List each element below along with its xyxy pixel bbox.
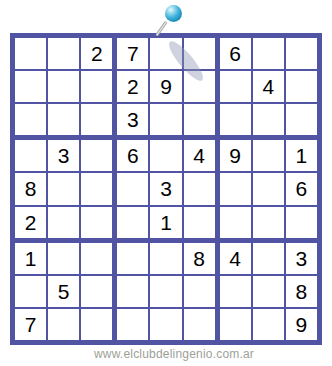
cell-r6c4[interactable] — [117, 207, 148, 238]
cell-r2c6[interactable] — [184, 71, 215, 102]
cell-r6c3[interactable] — [81, 207, 112, 238]
box-1: 2 — [15, 38, 112, 135]
cell-r2c1[interactable] — [15, 71, 46, 102]
cell-r2c5[interactable]: 9 — [150, 71, 181, 102]
cell-r9c6[interactable] — [184, 309, 215, 340]
cell-r9c1[interactable]: 7 — [15, 309, 46, 340]
cell-r6c2[interactable] — [48, 207, 79, 238]
cell-r7c8[interactable] — [253, 243, 284, 274]
cell-r6c8[interactable] — [253, 207, 284, 238]
cell-r2c4[interactable]: 2 — [117, 71, 148, 102]
cell-r8c1[interactable] — [15, 276, 46, 307]
cell-r5c1[interactable]: 8 — [15, 173, 46, 204]
cell-r4c7[interactable]: 9 — [220, 140, 251, 171]
cell-r9c7[interactable] — [220, 309, 251, 340]
cell-r7c1[interactable]: 1 — [15, 243, 46, 274]
cell-r3c6[interactable] — [184, 104, 215, 135]
cell-r9c5[interactable] — [150, 309, 181, 340]
cell-r4c9[interactable]: 1 — [286, 140, 317, 171]
cell-r4c6[interactable]: 4 — [184, 140, 215, 171]
pushpin-ball — [165, 5, 182, 22]
box-5: 6431 — [117, 140, 214, 237]
cell-r1c2[interactable] — [48, 38, 79, 69]
cell-r2c7[interactable] — [220, 71, 251, 102]
cell-r5c7[interactable] — [220, 173, 251, 204]
cell-r4c3[interactable] — [81, 140, 112, 171]
cell-r7c5[interactable] — [150, 243, 181, 274]
box-7: 157 — [15, 243, 112, 340]
cell-r9c8[interactable] — [253, 309, 284, 340]
box-9: 4389 — [220, 243, 317, 340]
cell-r1c9[interactable] — [286, 38, 317, 69]
cell-r1c5[interactable] — [150, 38, 181, 69]
cell-r7c7[interactable]: 4 — [220, 243, 251, 274]
cell-r4c1[interactable] — [15, 140, 46, 171]
cell-r4c4[interactable]: 6 — [117, 140, 148, 171]
cell-r9c2[interactable] — [48, 309, 79, 340]
cell-r9c4[interactable] — [117, 309, 148, 340]
cell-r1c7[interactable]: 6 — [220, 38, 251, 69]
sudoku-page: 2729364382643191615784389 www.elclubdeli… — [0, 0, 332, 366]
cell-r1c4[interactable]: 7 — [117, 38, 148, 69]
box-2: 7293 — [117, 38, 214, 135]
cell-r8c9[interactable]: 8 — [286, 276, 317, 307]
cell-r1c3[interactable]: 2 — [81, 38, 112, 69]
cell-r5c3[interactable] — [81, 173, 112, 204]
cell-r6c1[interactable]: 2 — [15, 207, 46, 238]
cell-r5c6[interactable] — [184, 173, 215, 204]
box-3: 64 — [220, 38, 317, 135]
cell-r4c8[interactable] — [253, 140, 284, 171]
cell-r7c6[interactable]: 8 — [184, 243, 215, 274]
cell-r8c2[interactable]: 5 — [48, 276, 79, 307]
cell-r3c9[interactable] — [286, 104, 317, 135]
cell-r2c3[interactable] — [81, 71, 112, 102]
cell-r8c7[interactable] — [220, 276, 251, 307]
cell-r3c5[interactable] — [150, 104, 181, 135]
cell-r4c5[interactable] — [150, 140, 181, 171]
cell-r1c6[interactable] — [184, 38, 215, 69]
cell-r5c9[interactable]: 6 — [286, 173, 317, 204]
cell-r8c6[interactable] — [184, 276, 215, 307]
cell-r5c5[interactable]: 3 — [150, 173, 181, 204]
cell-r8c3[interactable] — [81, 276, 112, 307]
cell-r6c6[interactable] — [184, 207, 215, 238]
watermark-url: www.elclubdelingenio.com.ar — [0, 347, 332, 361]
cell-r8c5[interactable] — [150, 276, 181, 307]
cell-r7c9[interactable]: 3 — [286, 243, 317, 274]
cell-r2c9[interactable] — [286, 71, 317, 102]
cell-r6c5[interactable]: 1 — [150, 207, 181, 238]
box-8: 8 — [117, 243, 214, 340]
cell-r1c8[interactable] — [253, 38, 284, 69]
cell-r3c2[interactable] — [48, 104, 79, 135]
cell-r8c8[interactable] — [253, 276, 284, 307]
sudoku-board: 2729364382643191615784389 — [10, 33, 322, 345]
cell-r6c9[interactable] — [286, 207, 317, 238]
cell-r7c2[interactable] — [48, 243, 79, 274]
cell-r4c2[interactable]: 3 — [48, 140, 79, 171]
cell-r8c4[interactable] — [117, 276, 148, 307]
cell-r3c1[interactable] — [15, 104, 46, 135]
cell-r2c2[interactable] — [48, 71, 79, 102]
cell-r2c8[interactable]: 4 — [253, 71, 284, 102]
cell-r7c3[interactable] — [81, 243, 112, 274]
cell-r3c8[interactable] — [253, 104, 284, 135]
cell-r6c7[interactable] — [220, 207, 251, 238]
cell-r5c2[interactable] — [48, 173, 79, 204]
cell-r9c3[interactable] — [81, 309, 112, 340]
cell-r5c8[interactable] — [253, 173, 284, 204]
cell-r9c9[interactable]: 9 — [286, 309, 317, 340]
box-4: 382 — [15, 140, 112, 237]
cell-r7c4[interactable] — [117, 243, 148, 274]
cell-r3c3[interactable] — [81, 104, 112, 135]
cell-r3c7[interactable] — [220, 104, 251, 135]
cell-r1c1[interactable] — [15, 38, 46, 69]
cell-r3c4[interactable]: 3 — [117, 104, 148, 135]
cell-r5c4[interactable] — [117, 173, 148, 204]
box-6: 916 — [220, 140, 317, 237]
